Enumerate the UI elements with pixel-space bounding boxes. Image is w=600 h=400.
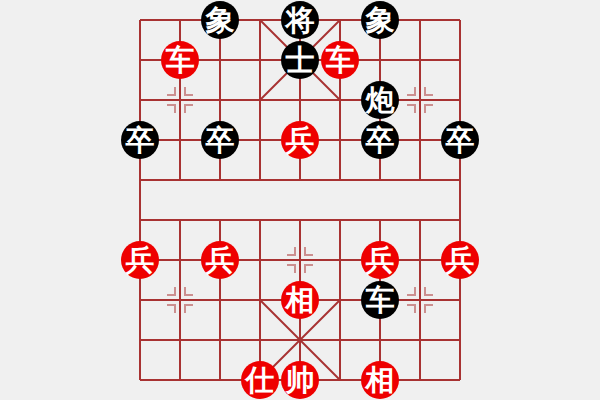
piece-black-soldier[interactable]: 卒 [121,121,159,159]
board-intersection: 兵 [360,240,400,280]
board-intersection: 卒 [200,120,240,160]
piece-black-soldier[interactable]: 卒 [201,121,239,159]
piece-red-chariot[interactable]: 车 [161,41,199,79]
piece-red-soldier[interactable]: 兵 [361,241,399,279]
board-intersection: 兵 [200,240,240,280]
board-intersection: 炮 [360,80,400,120]
board-intersection: 兵 [120,240,160,280]
board-intersection: 兵 [440,240,480,280]
piece-black-chariot[interactable]: 车 [361,281,399,319]
board-intersection: 相 [280,280,320,320]
piece-red-soldier[interactable]: 兵 [441,241,479,279]
piece-red-advisor[interactable]: 仕 [241,361,279,399]
board-intersection: 仕 [240,360,280,400]
board-intersection: 将 [280,0,320,40]
piece-red-soldier[interactable]: 兵 [281,121,319,159]
board-intersection: 士 [280,40,320,80]
piece-black-advisor[interactable]: 士 [281,41,319,79]
piece-black-elephant[interactable]: 象 [361,1,399,39]
piece-red-soldier[interactable]: 兵 [121,241,159,279]
piece-red-chariot[interactable]: 车 [321,41,359,79]
board-intersection: 卒 [440,120,480,160]
piece-black-soldier[interactable]: 卒 [361,121,399,159]
board-intersection: 车 [160,40,200,80]
xiangqi-board: 象将象车士车炮卒卒兵卒卒兵兵兵兵相车仕帅相 [0,0,600,400]
board-intersection: 车 [320,40,360,80]
board-intersection: 相 [360,360,400,400]
board-intersection: 帅 [280,360,320,400]
piece-red-elephant[interactable]: 相 [361,361,399,399]
board-intersection: 兵 [280,120,320,160]
board-intersection: 卒 [120,120,160,160]
piece-red-general[interactable]: 帅 [281,361,319,399]
piece-red-elephant[interactable]: 相 [281,281,319,319]
board-intersection: 卒 [360,120,400,160]
piece-black-elephant[interactable]: 象 [201,1,239,39]
board-intersection: 象 [360,0,400,40]
pieces-layer: 象将象车士车炮卒卒兵卒卒兵兵兵兵相车仕帅相 [120,0,480,400]
board-intersection: 车 [360,280,400,320]
piece-red-soldier[interactable]: 兵 [201,241,239,279]
piece-black-soldier[interactable]: 卒 [441,121,479,159]
board-intersection: 象 [200,0,240,40]
piece-black-cannon[interactable]: 炮 [361,81,399,119]
piece-black-general[interactable]: 将 [281,1,319,39]
